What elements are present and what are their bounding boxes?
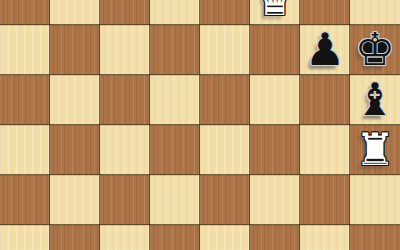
square-b6[interactable] (50, 25, 100, 75)
square-e2[interactable] (200, 225, 250, 250)
square-d4[interactable] (150, 125, 200, 175)
square-a5[interactable] (0, 75, 50, 125)
square-c4[interactable] (100, 125, 150, 175)
square-b4[interactable] (50, 125, 100, 175)
chess-board-viewport: ♛♟♚♝♜ (0, 0, 400, 250)
square-h7[interactable] (350, 0, 400, 25)
square-f5[interactable] (250, 75, 300, 125)
square-h3[interactable] (350, 175, 400, 225)
square-b3[interactable] (50, 175, 100, 225)
square-b2[interactable] (50, 225, 100, 250)
square-a6[interactable] (0, 25, 50, 75)
square-g5[interactable] (300, 75, 350, 125)
black-bishop[interactable]: ♝ (350, 75, 400, 125)
square-a4[interactable] (0, 125, 50, 175)
square-f7[interactable]: ♛ (250, 0, 300, 25)
square-g7[interactable] (300, 0, 350, 25)
square-c2[interactable] (100, 225, 150, 250)
square-d6[interactable] (150, 25, 200, 75)
square-h2[interactable] (350, 225, 400, 250)
square-d7[interactable] (150, 0, 200, 25)
square-g6[interactable]: ♟ (300, 25, 350, 75)
square-d2[interactable] (150, 225, 200, 250)
square-b5[interactable] (50, 75, 100, 125)
square-a3[interactable] (0, 175, 50, 225)
square-g2[interactable] (300, 225, 350, 250)
chess-board: ♛♟♚♝♜ (0, 0, 400, 250)
square-f3[interactable] (250, 175, 300, 225)
square-e7[interactable] (200, 0, 250, 25)
black-king[interactable]: ♚ (350, 25, 400, 75)
square-h5[interactable]: ♝ (350, 75, 400, 125)
square-d5[interactable] (150, 75, 200, 125)
square-e3[interactable] (200, 175, 250, 225)
black-pawn[interactable]: ♟ (300, 25, 350, 75)
square-f4[interactable] (250, 125, 300, 175)
square-f2[interactable] (250, 225, 300, 250)
square-h4[interactable]: ♜ (350, 125, 400, 175)
square-c5[interactable] (100, 75, 150, 125)
square-g4[interactable] (300, 125, 350, 175)
square-e6[interactable] (200, 25, 250, 75)
square-g3[interactable] (300, 175, 350, 225)
square-h6[interactable]: ♚ (350, 25, 400, 75)
square-b7[interactable] (50, 0, 100, 25)
white-queen[interactable]: ♛ (250, 0, 300, 25)
square-c3[interactable] (100, 175, 150, 225)
square-a7[interactable] (0, 0, 50, 25)
square-e5[interactable] (200, 75, 250, 125)
white-rook[interactable]: ♜ (350, 125, 400, 175)
square-e4[interactable] (200, 125, 250, 175)
square-f6[interactable] (250, 25, 300, 75)
square-d3[interactable] (150, 175, 200, 225)
square-a2[interactable] (0, 225, 50, 250)
square-c7[interactable] (100, 0, 150, 25)
square-c6[interactable] (100, 25, 150, 75)
